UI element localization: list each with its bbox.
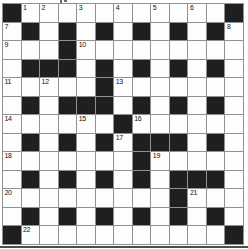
cell-r1c7[interactable]: 4 (114, 4, 132, 22)
clue-number: 14 (5, 115, 12, 123)
clue-number: 21 (190, 189, 197, 197)
cell-r10c3[interactable] (40, 171, 58, 189)
cell-r7c2[interactable] (22, 115, 40, 133)
cell-r9c1[interactable]: 18 (3, 152, 21, 170)
cell-r6c5 (77, 97, 95, 115)
cell-r13c4[interactable] (59, 226, 77, 244)
cell-r12c9[interactable] (151, 208, 169, 226)
cell-r3c9[interactable] (151, 41, 169, 59)
cell-r10c13[interactable] (225, 171, 243, 189)
cell-r12c10 (170, 208, 188, 226)
clue-number: 15 (79, 115, 86, 123)
cell-r5c10[interactable] (170, 78, 188, 96)
cell-r5c9[interactable] (151, 78, 169, 96)
cell-r5c4[interactable] (59, 78, 77, 96)
bottom-rule-divider (0, 246, 248, 248)
cell-r4c4 (59, 60, 77, 78)
cell-r6c1[interactable] (3, 97, 21, 115)
cell-r13c8[interactable] (133, 226, 151, 244)
cell-r9c3[interactable] (40, 152, 58, 170)
cell-r5c3[interactable]: 12 (40, 78, 58, 96)
cell-r7c6[interactable] (96, 115, 114, 133)
cell-r2c8 (133, 23, 151, 41)
cell-r3c12[interactable] (207, 41, 225, 59)
cell-r7c5[interactable]: 15 (77, 115, 95, 133)
cell-r13c10[interactable] (170, 226, 188, 244)
cell-r2c5[interactable] (77, 23, 95, 41)
cell-r2c7[interactable] (114, 23, 132, 41)
cell-r10c8 (133, 171, 151, 189)
clue-number: 12 (42, 78, 49, 86)
cell-r13c11[interactable] (188, 226, 206, 244)
cell-r9c12[interactable] (207, 152, 225, 170)
cell-r2c6 (96, 23, 114, 41)
cell-r10c6 (96, 171, 114, 189)
cell-r11c4[interactable] (59, 189, 77, 207)
cell-r1c9[interactable]: 5 (151, 4, 169, 22)
cell-r7c8[interactable]: 16 (133, 115, 151, 133)
cell-r6c3[interactable] (40, 97, 58, 115)
cell-r11c13[interactable] (225, 189, 243, 207)
cell-r11c7[interactable] (114, 189, 132, 207)
cell-r10c1[interactable] (3, 171, 21, 189)
cell-r1c11[interactable]: 6 (188, 4, 206, 22)
cell-r1c6[interactable] (96, 4, 114, 22)
cell-r2c2 (22, 23, 40, 41)
cell-r8c12 (207, 134, 225, 152)
cell-r6c7[interactable] (114, 97, 132, 115)
cell-r8c13[interactable] (225, 134, 243, 152)
cell-r4c2 (22, 60, 40, 78)
cell-r7c10[interactable] (170, 115, 188, 133)
cell-r11c8[interactable] (133, 189, 151, 207)
cell-r13c12[interactable] (207, 226, 225, 244)
cell-r11c12[interactable] (207, 189, 225, 207)
cell-r4c7[interactable] (114, 60, 132, 78)
cell-r7c9[interactable] (151, 115, 169, 133)
cell-r8c6 (96, 134, 114, 152)
cell-r8c8 (133, 134, 151, 152)
cell-r12c8 (133, 208, 151, 226)
cell-r7c4[interactable] (59, 115, 77, 133)
cell-r8c1[interactable] (3, 134, 21, 152)
clue-number: 11 (5, 78, 12, 86)
cell-r2c3[interactable] (40, 23, 58, 41)
cell-r9c2[interactable] (22, 152, 40, 170)
cell-r11c1[interactable]: 20 (3, 189, 21, 207)
cell-r4c6 (96, 60, 114, 78)
clue-number: 6 (190, 4, 194, 12)
cell-r8c9 (151, 134, 169, 152)
clue-number: 8 (227, 23, 231, 31)
cell-r10c10 (170, 171, 188, 189)
cell-r1c2[interactable]: 1 (22, 4, 40, 22)
clue-number: 1 (23, 4, 27, 12)
cell-r5c1[interactable]: 11 (3, 78, 21, 96)
cell-r5c8[interactable] (133, 78, 151, 96)
cell-r12c13[interactable] (225, 208, 243, 226)
cell-r9c4[interactable] (59, 152, 77, 170)
cell-r13c2[interactable]: 22 (22, 226, 40, 244)
cell-r10c7[interactable] (114, 171, 132, 189)
cell-r4c9[interactable] (151, 60, 169, 78)
cell-r8c10 (170, 134, 188, 152)
cell-r3c2[interactable] (22, 41, 40, 59)
cell-r6c2 (22, 97, 40, 115)
cell-r6c11[interactable] (188, 97, 206, 115)
cell-r11c9[interactable] (151, 189, 169, 207)
cell-r11c3[interactable] (40, 189, 58, 207)
cell-r4c10 (170, 60, 188, 78)
cell-r11c2[interactable] (22, 189, 40, 207)
cell-r6c10 (170, 97, 188, 115)
cell-r3c11[interactable] (188, 41, 206, 59)
cell-r8c4 (59, 134, 77, 152)
cell-r9c5[interactable] (77, 152, 95, 170)
clue-number: 20 (5, 189, 12, 197)
cell-r10c4 (59, 171, 77, 189)
cell-r13c6[interactable] (96, 226, 114, 244)
cell-r11c5[interactable] (77, 189, 95, 207)
crossword-page: 12345678910111213141516171819202122 (0, 0, 248, 249)
cell-r6c9[interactable] (151, 97, 169, 115)
cell-r1c10[interactable] (170, 4, 188, 22)
cell-r10c5[interactable] (77, 171, 95, 189)
cell-r13c3[interactable] (40, 226, 58, 244)
cell-r12c4 (59, 208, 77, 226)
cell-r2c1[interactable]: 7 (3, 23, 21, 41)
cell-r4c3 (40, 60, 58, 78)
cell-r5c2[interactable] (22, 78, 40, 96)
cell-r5c6 (96, 78, 114, 96)
cell-r9c7[interactable] (114, 152, 132, 170)
cell-r4c13[interactable] (225, 60, 243, 78)
cell-r1c13 (225, 4, 243, 22)
cell-r9c11[interactable] (188, 152, 206, 170)
cell-r11c10 (170, 189, 188, 207)
clue-number: 2 (42, 4, 46, 12)
clue-number: 4 (116, 4, 120, 12)
cell-r12c2 (22, 208, 40, 226)
cell-r1c5[interactable]: 3 (77, 4, 95, 22)
cell-r8c11[interactable] (188, 134, 206, 152)
cell-r8c7[interactable]: 17 (114, 134, 132, 152)
cell-r2c4 (59, 23, 77, 41)
cell-r6c13[interactable] (225, 97, 243, 115)
cell-r12c5[interactable] (77, 208, 95, 226)
clue-number: 19 (153, 152, 160, 160)
cell-r3c10[interactable] (170, 41, 188, 59)
clue-number: 5 (153, 4, 157, 12)
clue-number: 16 (134, 115, 141, 123)
cell-r7c13[interactable] (225, 115, 243, 133)
cell-r2c11[interactable] (188, 23, 206, 41)
cell-r11c11[interactable]: 21 (188, 189, 206, 207)
cell-r6c4 (59, 97, 77, 115)
cell-r5c7[interactable]: 13 (114, 78, 132, 96)
cell-r2c10 (170, 23, 188, 41)
cell-r12c11[interactable] (188, 208, 206, 226)
clue-number: 17 (116, 134, 123, 142)
cell-r6c6 (96, 97, 114, 115)
cell-r3c4 (59, 41, 77, 59)
cell-r8c2 (22, 134, 40, 152)
cell-r12c12 (207, 208, 225, 226)
cell-r1c3[interactable]: 2 (40, 4, 58, 22)
cell-r13c13 (225, 226, 243, 244)
cell-r2c9[interactable] (151, 23, 169, 41)
cell-r10c11 (188, 171, 206, 189)
cell-r4c1[interactable] (3, 60, 21, 78)
cell-r7c11[interactable] (188, 115, 206, 133)
cell-r12c3[interactable] (40, 208, 58, 226)
cell-r10c9[interactable] (151, 171, 169, 189)
cell-r7c1[interactable]: 14 (3, 115, 21, 133)
cell-r1c1 (3, 4, 21, 22)
cell-r4c11[interactable] (188, 60, 206, 78)
cell-r3c7[interactable] (114, 41, 132, 59)
cell-r1c8[interactable] (133, 4, 151, 22)
clue-number: 7 (5, 23, 9, 31)
cell-r13c5[interactable] (77, 226, 95, 244)
cell-r9c9[interactable]: 19 (151, 152, 169, 170)
cell-r4c8 (133, 60, 151, 78)
cell-r9c13[interactable] (225, 152, 243, 170)
cell-r7c12[interactable] (207, 115, 225, 133)
cell-r9c8 (133, 152, 151, 170)
cell-r3c3[interactable] (40, 41, 58, 59)
cell-r3c13[interactable] (225, 41, 243, 59)
cell-r12c7[interactable] (114, 208, 132, 226)
cell-r4c5[interactable] (77, 60, 95, 78)
cell-r3c5[interactable]: 10 (77, 41, 95, 59)
cropped-print-artifact (64, 0, 67, 2)
cell-r1c4[interactable] (59, 4, 77, 22)
clue-number: 10 (79, 41, 86, 49)
cell-r2c13[interactable]: 8 (225, 23, 243, 41)
cell-r10c2 (22, 171, 40, 189)
cell-r3c6[interactable] (96, 41, 114, 59)
clue-number: 3 (79, 4, 83, 12)
cell-r1c12[interactable] (207, 4, 225, 22)
cell-r13c1 (3, 226, 21, 244)
cell-r5c5[interactable] (77, 78, 95, 96)
cell-r5c12[interactable] (207, 78, 225, 96)
cell-r7c3[interactable] (40, 115, 58, 133)
cell-r9c10[interactable] (170, 152, 188, 170)
cell-r2c12 (207, 23, 225, 41)
cell-r5c11[interactable] (188, 78, 206, 96)
clue-number: 18 (5, 152, 12, 160)
clue-number: 13 (116, 78, 123, 86)
cell-r8c5[interactable] (77, 134, 95, 152)
cell-r12c1[interactable] (3, 208, 21, 226)
cell-r6c12 (207, 97, 225, 115)
cell-r4c12 (207, 60, 225, 78)
cell-r3c1[interactable]: 9 (3, 41, 21, 59)
cell-r12c6 (96, 208, 114, 226)
cell-r13c7[interactable] (114, 226, 132, 244)
cell-r6c8 (133, 97, 151, 115)
cell-r11c6[interactable] (96, 189, 114, 207)
cell-r5c13[interactable] (225, 78, 243, 96)
cell-r8c3[interactable] (40, 134, 58, 152)
cell-r7c7 (114, 115, 132, 133)
crossword-grid: 12345678910111213141516171819202122 (2, 3, 244, 245)
clue-number: 22 (23, 226, 30, 234)
cell-r9c6[interactable] (96, 152, 114, 170)
cell-r13c9[interactable] (151, 226, 169, 244)
cell-r10c12 (207, 171, 225, 189)
cell-r3c8[interactable] (133, 41, 151, 59)
clue-number: 9 (5, 41, 9, 49)
